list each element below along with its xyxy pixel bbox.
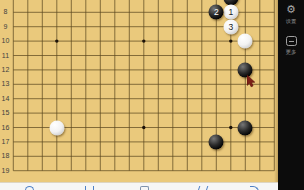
row-label-11: 11 — [0, 52, 11, 60]
row-label-8: 8 — [0, 8, 11, 16]
go-stone-black-c15r8[interactable]: 2 — [209, 5, 224, 20]
row-label-12: 12 — [0, 66, 11, 74]
toolbar-icon-1[interactable] — [25, 186, 34, 190]
move-number: 2 — [214, 8, 219, 17]
go-stone-white-c17r10[interactable] — [238, 34, 253, 49]
settings-label: 设置 — [286, 17, 297, 25]
bottom-toolbar — [0, 182, 278, 190]
row-label-14: 14 — [0, 95, 11, 103]
go-stone-black-c15r17[interactable] — [209, 134, 224, 149]
go-board[interactable]: 78910111213141516171819 123 — [0, 0, 278, 182]
row-label-16: 16 — [0, 124, 11, 132]
go-stone-white-c4r16[interactable] — [49, 120, 64, 135]
settings-button[interactable]: ⚙ 设置 — [285, 3, 297, 26]
go-stone-black-c17r12[interactable] — [238, 62, 253, 77]
row-label-10: 10 — [0, 37, 11, 45]
row-label-13: 13 — [0, 80, 11, 88]
toolbar-icon-2[interactable] — [85, 186, 94, 190]
toolbar-icon-3[interactable] — [140, 186, 149, 190]
row-label-18: 18 — [0, 152, 11, 160]
app-window: 78910111213141516171819 123 ⚙ 设置 更多 — [0, 0, 304, 190]
row-label-9: 9 — [0, 23, 11, 31]
more-button[interactable]: 更多 — [285, 35, 297, 57]
toolbar-icon-5[interactable] — [250, 186, 259, 190]
more-icon — [286, 36, 297, 46]
gear-icon: ⚙ — [286, 3, 296, 15]
right-sidebar: ⚙ 设置 更多 — [278, 0, 304, 190]
go-stone-white-c16r9[interactable]: 3 — [223, 19, 238, 34]
row-label-17: 17 — [0, 138, 11, 146]
toolbar-icon-4[interactable] — [197, 186, 209, 190]
row-label-19: 19 — [0, 167, 11, 175]
more-label: 更多 — [286, 48, 297, 56]
row-label-7: 7 — [0, 0, 11, 2]
row-label-15: 15 — [0, 109, 11, 117]
go-stone-white-c16r8[interactable]: 1 — [223, 5, 238, 20]
go-stone-black-c17r16[interactable] — [238, 120, 253, 135]
move-number: 1 — [228, 8, 233, 17]
move-number: 3 — [228, 22, 233, 31]
